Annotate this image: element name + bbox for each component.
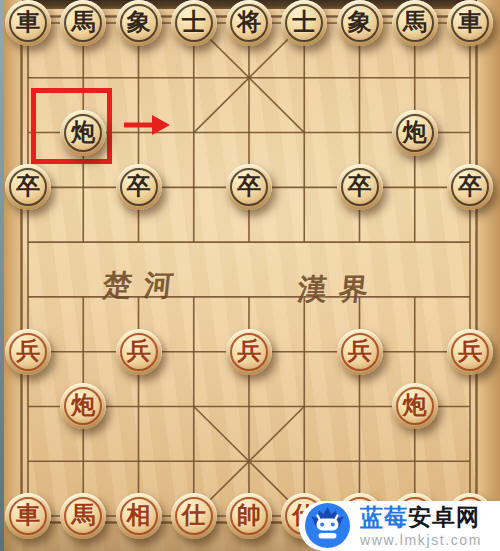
- piece-character: 兵: [237, 339, 261, 363]
- piece-red-horse[interactable]: 馬: [60, 493, 106, 539]
- piece-black-soldier[interactable]: 卒: [226, 164, 272, 210]
- piece-red-cannon[interactable]: 炮: [392, 383, 438, 429]
- watermark-brand: 蓝莓安卓网: [360, 505, 482, 530]
- piece-character: 炮: [403, 393, 427, 417]
- piece-black-advisor[interactable]: 士: [171, 0, 217, 46]
- river-label-left: 楚河: [101, 266, 187, 306]
- piece-character: 馬: [71, 503, 95, 527]
- piece-black-soldier[interactable]: 卒: [447, 164, 493, 210]
- piece-red-elephant[interactable]: 相: [116, 493, 162, 539]
- piece-character: 兵: [16, 339, 40, 363]
- piece-black-horse[interactable]: 馬: [60, 0, 106, 46]
- piece-red-general[interactable]: 帥: [226, 493, 272, 539]
- piece-black-soldier[interactable]: 卒: [116, 164, 162, 210]
- android-icon: [305, 503, 350, 548]
- piece-red-soldier[interactable]: 兵: [226, 329, 272, 375]
- piece-red-soldier[interactable]: 兵: [5, 329, 51, 375]
- piece-black-advisor[interactable]: 士: [281, 0, 327, 46]
- piece-red-chariot[interactable]: 車: [5, 493, 51, 539]
- piece-character: 象: [348, 10, 372, 34]
- piece-red-soldier[interactable]: 兵: [447, 329, 493, 375]
- piece-character: 卒: [16, 174, 40, 198]
- watermark: 蓝莓安卓网 www.lmkjst.com: [299, 501, 500, 551]
- piece-red-soldier[interactable]: 兵: [116, 329, 162, 375]
- move-arrow-icon: [120, 110, 176, 140]
- piece-black-elephant[interactable]: 象: [337, 0, 383, 46]
- piece-black-soldier[interactable]: 卒: [5, 164, 51, 210]
- piece-character: 卒: [458, 174, 482, 198]
- piece-character: 象: [127, 10, 151, 34]
- piece-black-chariot[interactable]: 車: [447, 0, 493, 46]
- board-grid: [0, 0, 500, 551]
- piece-black-cannon[interactable]: 炮: [392, 110, 438, 156]
- piece-character: 卒: [237, 174, 261, 198]
- river-label-right: 漢界: [296, 270, 382, 310]
- piece-character: 兵: [348, 339, 372, 363]
- piece-character: 車: [16, 503, 40, 527]
- piece-character: 馬: [403, 10, 427, 34]
- piece-character: 炮: [71, 120, 95, 144]
- piece-character: 炮: [403, 120, 427, 144]
- piece-character: 炮: [71, 393, 95, 417]
- piece-character: 車: [16, 10, 40, 34]
- piece-character: 士: [182, 10, 206, 34]
- piece-character: 車: [458, 10, 482, 34]
- watermark-brand-blue: 蓝莓: [360, 504, 408, 530]
- piece-character: 将: [237, 10, 261, 34]
- piece-character: 士: [292, 10, 316, 34]
- piece-black-horse[interactable]: 馬: [392, 0, 438, 46]
- piece-character: 仕: [182, 503, 206, 527]
- piece-character: 兵: [127, 339, 151, 363]
- piece-black-elephant[interactable]: 象: [116, 0, 162, 46]
- piece-red-advisor[interactable]: 仕: [171, 493, 217, 539]
- piece-black-cannon[interactable]: 炮: [60, 110, 106, 156]
- piece-character: 兵: [458, 339, 482, 363]
- piece-black-general[interactable]: 将: [226, 0, 272, 46]
- watermark-url: www.lmkjst.com: [360, 532, 482, 548]
- piece-black-chariot[interactable]: 車: [5, 0, 51, 46]
- piece-black-soldier[interactable]: 卒: [337, 164, 383, 210]
- piece-character: 卒: [348, 174, 372, 198]
- xiangqi-board: 楚河 漢界 車馬象士将士象馬車炮炮卒卒卒卒卒兵兵兵兵兵炮炮車馬相仕帥仕相馬車 蓝…: [0, 0, 500, 551]
- piece-character: 帥: [237, 503, 261, 527]
- watermark-brand-dark: 安卓网: [408, 504, 480, 530]
- piece-red-soldier[interactable]: 兵: [337, 329, 383, 375]
- piece-character: 馬: [71, 10, 95, 34]
- screen-left-edge: [0, 0, 4, 551]
- piece-character: 相: [127, 503, 151, 527]
- piece-character: 卒: [127, 174, 151, 198]
